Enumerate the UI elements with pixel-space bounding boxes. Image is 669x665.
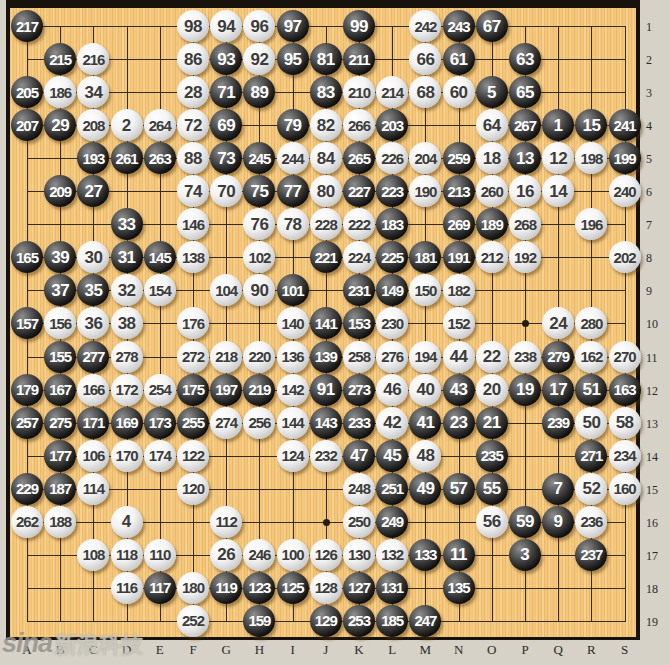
column-label-O: O	[481, 642, 503, 658]
row-label-19: 19	[646, 615, 658, 630]
board-frame	[6, 0, 640, 640]
grid-line-v	[459, 26, 460, 622]
column-label-F: F	[182, 642, 204, 658]
row-label-4: 4	[646, 119, 652, 134]
grid-line-h	[27, 555, 626, 556]
grid-line-v	[492, 26, 493, 622]
column-label-G: G	[215, 642, 237, 658]
star-point-D10	[124, 320, 131, 327]
sina-watermark: sina新浪科技	[2, 628, 143, 660]
sina-chinese-text: 新浪科技	[55, 632, 143, 657]
column-label-E: E	[149, 642, 171, 658]
row-label-7: 7	[646, 218, 652, 233]
row-label-2: 2	[646, 53, 652, 68]
row-label-6: 6	[646, 185, 652, 200]
star-point-J16	[323, 519, 330, 526]
star-point-P10	[522, 320, 529, 327]
grid-line-v	[591, 26, 592, 622]
column-label-K: K	[348, 642, 370, 658]
grid-line-v	[392, 26, 393, 622]
star-point-J10	[323, 320, 330, 327]
row-label-18: 18	[646, 582, 658, 597]
row-label-10: 10	[646, 317, 658, 332]
column-label-L: L	[381, 642, 403, 658]
row-label-11: 11	[646, 351, 658, 366]
star-point-D16	[124, 519, 131, 526]
row-label-15: 15	[646, 483, 658, 498]
grid-line-v	[558, 26, 559, 622]
column-label-P: P	[514, 642, 536, 658]
row-label-16: 16	[646, 516, 658, 531]
star-point-D4	[124, 122, 131, 129]
row-label-14: 14	[646, 450, 658, 465]
star-point-J4	[323, 122, 330, 129]
column-label-Q: Q	[547, 642, 569, 658]
grid-line-h	[27, 588, 626, 589]
column-label-N: N	[448, 642, 470, 658]
column-label-H: H	[248, 642, 270, 658]
grid-line-v	[625, 26, 626, 622]
grid-line-h	[27, 621, 626, 622]
row-label-17: 17	[646, 549, 658, 564]
star-point-P16	[522, 519, 529, 526]
column-label-M: M	[414, 642, 436, 658]
row-label-13: 13	[646, 417, 658, 432]
grid-line-h	[27, 489, 626, 490]
grid-line-h	[27, 456, 626, 457]
go-board	[10, 8, 636, 637]
grid-line-v	[359, 26, 360, 622]
row-label-1: 1	[646, 20, 652, 35]
row-label-9: 9	[646, 284, 652, 299]
star-point-P4	[522, 122, 529, 129]
row-label-5: 5	[646, 152, 652, 167]
grid-line-v	[425, 26, 426, 622]
row-label-3: 3	[646, 86, 652, 101]
go-kifu-screenshot: 2179894969799242243672152168693929581211…	[0, 0, 669, 665]
sina-logo-text: sina	[2, 628, 52, 658]
row-label-12: 12	[646, 384, 658, 399]
grid-line-h	[27, 390, 626, 391]
column-label-J: J	[315, 642, 337, 658]
column-label-I: I	[282, 642, 304, 658]
row-label-8: 8	[646, 251, 652, 266]
column-label-S: S	[614, 642, 636, 658]
grid-line-h	[27, 357, 626, 358]
grid-line-h	[27, 423, 626, 424]
column-label-R: R	[580, 642, 602, 658]
